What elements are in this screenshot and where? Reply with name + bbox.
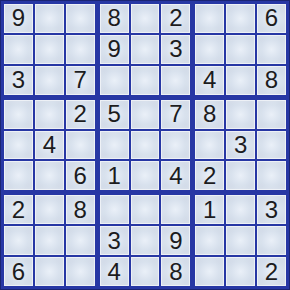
cell-r7c2[interactable] bbox=[35, 195, 64, 224]
cell-r6c1[interactable] bbox=[4, 161, 33, 190]
cell-r8c9[interactable] bbox=[257, 226, 286, 255]
cell-r1c7[interactable] bbox=[195, 4, 224, 33]
cell-r8c7[interactable] bbox=[195, 226, 224, 255]
cell-r5c3[interactable] bbox=[66, 131, 95, 160]
cell-r6c7[interactable]: 2 bbox=[195, 161, 224, 190]
cell-r6c5[interactable] bbox=[131, 161, 160, 190]
cell-r4c9[interactable] bbox=[257, 100, 286, 129]
cell-r9c1[interactable]: 6 bbox=[4, 257, 33, 286]
cell-r7c8[interactable] bbox=[226, 195, 255, 224]
cell-r2c5[interactable] bbox=[131, 35, 160, 64]
cell-r4c1[interactable] bbox=[4, 100, 33, 129]
cell-r4c2[interactable] bbox=[35, 100, 64, 129]
cell-r7c5[interactable] bbox=[131, 195, 160, 224]
cell-r4c4[interactable]: 5 bbox=[100, 100, 129, 129]
cell-r3c9[interactable]: 8 bbox=[257, 66, 286, 95]
cell-r3c6[interactable] bbox=[161, 66, 190, 95]
cell-r2c3[interactable] bbox=[66, 35, 95, 64]
cell-r9c8[interactable] bbox=[226, 257, 255, 286]
cell-r7c1[interactable]: 2 bbox=[4, 195, 33, 224]
cell-r8c5[interactable] bbox=[131, 226, 160, 255]
cell-r4c6[interactable]: 7 bbox=[161, 100, 190, 129]
box-2-1: 246 bbox=[4, 100, 95, 191]
cell-r4c5[interactable] bbox=[131, 100, 160, 129]
cell-r8c1[interactable] bbox=[4, 226, 33, 255]
cell-r6c9[interactable] bbox=[257, 161, 286, 190]
cell-r7c3[interactable]: 8 bbox=[66, 195, 95, 224]
cell-r4c7[interactable]: 8 bbox=[195, 100, 224, 129]
cell-r1c1[interactable]: 9 bbox=[4, 4, 33, 33]
cell-r8c6[interactable]: 9 bbox=[161, 226, 190, 255]
cell-r2c4[interactable]: 9 bbox=[100, 35, 129, 64]
cell-r9c7[interactable] bbox=[195, 257, 224, 286]
cell-r4c3[interactable]: 2 bbox=[66, 100, 95, 129]
cell-r3c5[interactable] bbox=[131, 66, 160, 95]
cell-r1c8[interactable] bbox=[226, 4, 255, 33]
cell-r5c8[interactable]: 3 bbox=[226, 131, 255, 160]
cell-r5c4[interactable] bbox=[100, 131, 129, 160]
cell-r5c9[interactable] bbox=[257, 131, 286, 160]
cell-r5c1[interactable] bbox=[4, 131, 33, 160]
cell-r1c9[interactable]: 6 bbox=[257, 4, 286, 33]
cell-r8c2[interactable] bbox=[35, 226, 64, 255]
cell-r1c5[interactable] bbox=[131, 4, 160, 33]
cell-r4c8[interactable] bbox=[226, 100, 255, 129]
cell-r7c6[interactable] bbox=[161, 195, 190, 224]
cell-r8c3[interactable] bbox=[66, 226, 95, 255]
cell-r9c6[interactable]: 8 bbox=[161, 257, 190, 286]
cell-r3c2[interactable] bbox=[35, 66, 64, 95]
box-3-3: 132 bbox=[195, 195, 286, 286]
cell-r7c4[interactable] bbox=[100, 195, 129, 224]
box-2-2: 5714 bbox=[100, 100, 191, 191]
cell-r2c8[interactable] bbox=[226, 35, 255, 64]
cell-r3c4[interactable] bbox=[100, 66, 129, 95]
cell-r5c2[interactable]: 4 bbox=[35, 131, 64, 160]
box-2-3: 832 bbox=[195, 100, 286, 191]
cell-r6c8[interactable] bbox=[226, 161, 255, 190]
box-3-2: 3948 bbox=[100, 195, 191, 286]
cell-r6c2[interactable] bbox=[35, 161, 64, 190]
cell-r7c7[interactable]: 1 bbox=[195, 195, 224, 224]
cell-r8c8[interactable] bbox=[226, 226, 255, 255]
cell-r6c4[interactable]: 1 bbox=[100, 161, 129, 190]
cell-r9c5[interactable] bbox=[131, 257, 160, 286]
cell-r2c2[interactable] bbox=[35, 35, 64, 64]
cell-r3c7[interactable]: 4 bbox=[195, 66, 224, 95]
box-3-1: 286 bbox=[4, 195, 95, 286]
sudoku-board: 937829364824657148322863948132 bbox=[0, 0, 290, 290]
cell-r1c6[interactable]: 2 bbox=[161, 4, 190, 33]
cell-r9c2[interactable] bbox=[35, 257, 64, 286]
cell-r6c3[interactable]: 6 bbox=[66, 161, 95, 190]
box-1-1: 937 bbox=[4, 4, 95, 95]
cell-r3c8[interactable] bbox=[226, 66, 255, 95]
cell-r5c6[interactable] bbox=[161, 131, 190, 160]
cell-r3c3[interactable]: 7 bbox=[66, 66, 95, 95]
cell-r1c3[interactable] bbox=[66, 4, 95, 33]
box-1-3: 648 bbox=[195, 4, 286, 95]
cell-r2c6[interactable]: 3 bbox=[161, 35, 190, 64]
cell-r9c4[interactable]: 4 bbox=[100, 257, 129, 286]
cell-r5c7[interactable] bbox=[195, 131, 224, 160]
cell-r9c3[interactable] bbox=[66, 257, 95, 286]
cell-r5c5[interactable] bbox=[131, 131, 160, 160]
cell-r9c9[interactable]: 2 bbox=[257, 257, 286, 286]
cell-r1c2[interactable] bbox=[35, 4, 64, 33]
cell-r6c6[interactable]: 4 bbox=[161, 161, 190, 190]
cell-r8c4[interactable]: 3 bbox=[100, 226, 129, 255]
cell-r2c7[interactable] bbox=[195, 35, 224, 64]
box-1-2: 8293 bbox=[100, 4, 191, 95]
cell-r3c1[interactable]: 3 bbox=[4, 66, 33, 95]
cell-r7c9[interactable]: 3 bbox=[257, 195, 286, 224]
cell-r1c4[interactable]: 8 bbox=[100, 4, 129, 33]
cell-r2c9[interactable] bbox=[257, 35, 286, 64]
cell-r2c1[interactable] bbox=[4, 35, 33, 64]
